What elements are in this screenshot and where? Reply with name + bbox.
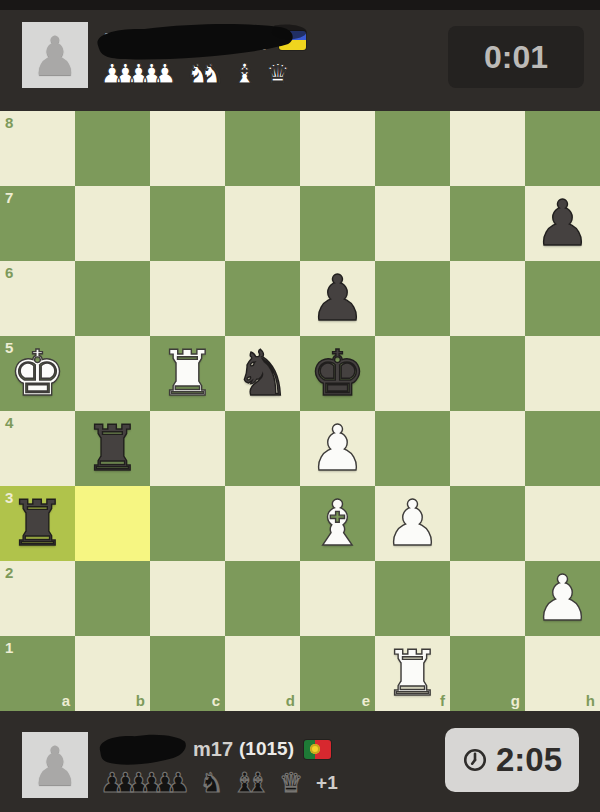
file-label-c: c <box>212 693 220 708</box>
square-f4[interactable] <box>375 411 450 486</box>
square-e7[interactable] <box>300 186 375 261</box>
captured-piece-group: ♛ <box>266 58 290 90</box>
square-a4[interactable]: 4 <box>0 411 75 486</box>
chess-game-screen: ♟ Andriy2498 (1003) ♟♟♟♟♟♞♞♝♛ 0:01 87♟6♟… <box>0 0 600 812</box>
square-h2[interactable]: ♟ <box>525 561 600 636</box>
player-name-row-top: Andriy2498 (1003) <box>100 26 306 54</box>
square-a6[interactable]: 6 <box>0 261 75 336</box>
piece-white-bishop[interactable]: ♝ <box>300 486 375 561</box>
player-name-row-bottom: m17 (1015) <box>95 735 331 763</box>
square-h5[interactable] <box>525 336 600 411</box>
square-d4[interactable] <box>225 411 300 486</box>
rank-label-2: 2 <box>5 565 13 580</box>
clock-bottom-time: 2:05 <box>496 741 562 779</box>
square-b5[interactable] <box>75 336 150 411</box>
square-b7[interactable] <box>75 186 150 261</box>
captured-pieces-bottom: ♟♟♟♟♟♟♞♝♝♛+1 <box>100 767 338 799</box>
square-f7[interactable] <box>375 186 450 261</box>
rank-label-4: 4 <box>5 415 13 430</box>
square-f3[interactable]: ♟ <box>375 486 450 561</box>
avatar-bottom[interactable]: ♟ <box>22 732 88 798</box>
square-c3[interactable] <box>150 486 225 561</box>
captured-piece-group: ♛ <box>279 767 303 799</box>
file-label-b: b <box>136 693 145 708</box>
captured-piece-group: ♝♝ <box>232 767 269 799</box>
square-f8[interactable] <box>375 111 450 186</box>
piece-white-rook[interactable]: ♜ <box>150 336 225 411</box>
ukraine-flag-icon <box>279 31 306 50</box>
file-label-e: e <box>362 693 370 708</box>
player-rating-top: (1003) <box>214 29 269 51</box>
square-c1[interactable]: c <box>150 636 225 711</box>
player-name-bottom: m17 <box>193 738 233 761</box>
square-c2[interactable] <box>150 561 225 636</box>
clock-top: 0:01 <box>448 26 584 88</box>
square-b8[interactable] <box>75 111 150 186</box>
clock-icon <box>462 747 488 773</box>
square-h8[interactable] <box>525 111 600 186</box>
avatar-top[interactable]: ♟ <box>22 22 88 88</box>
square-a3[interactable]: 3♜ <box>0 486 75 561</box>
square-c4[interactable] <box>150 411 225 486</box>
square-e3[interactable]: ♝ <box>300 486 375 561</box>
piece-white-pawn[interactable]: ♟ <box>300 411 375 486</box>
captured-piece-group: ♝ <box>232 58 256 90</box>
square-g5[interactable] <box>450 336 525 411</box>
player-bar-top: ♟ Andriy2498 (1003) ♟♟♟♟♟♞♞♝♛ 0:01 <box>0 10 600 111</box>
square-a2[interactable]: 2 <box>0 561 75 636</box>
file-label-a: a <box>62 693 70 708</box>
square-h1[interactable]: h <box>525 636 600 711</box>
captured-piece-group: ♟♟♟♟♟♟ <box>100 767 190 799</box>
rank-label-6: 6 <box>5 265 13 280</box>
square-a8[interactable]: 8 <box>0 111 75 186</box>
square-c5[interactable]: ♜ <box>150 336 225 411</box>
square-a7[interactable]: 7 <box>0 186 75 261</box>
clock-top-time: 0:01 <box>484 39 548 76</box>
status-bar-strip <box>0 0 600 10</box>
material-advantage: +1 <box>316 767 338 799</box>
player-rating-bottom: (1015) <box>239 738 294 760</box>
captured-piece-group: ♟♟♟♟♟ <box>100 58 177 90</box>
square-b6[interactable] <box>75 261 150 336</box>
square-d5[interactable]: ♞ <box>225 336 300 411</box>
piece-white-rook[interactable]: ♜ <box>375 636 450 711</box>
square-d7[interactable] <box>225 186 300 261</box>
square-e4[interactable]: ♟ <box>300 411 375 486</box>
piece-black-knight[interactable]: ♞ <box>225 336 300 411</box>
rank-label-1: 1 <box>5 640 13 655</box>
square-e2[interactable] <box>300 561 375 636</box>
square-b2[interactable] <box>75 561 150 636</box>
rank-label-8: 8 <box>5 115 13 130</box>
square-f5[interactable] <box>375 336 450 411</box>
square-e1[interactable]: e <box>300 636 375 711</box>
square-b4[interactable]: ♜ <box>75 411 150 486</box>
piece-white-pawn[interactable]: ♟ <box>525 561 600 636</box>
square-g2[interactable] <box>450 561 525 636</box>
square-d2[interactable] <box>225 561 300 636</box>
square-g7[interactable] <box>450 186 525 261</box>
piece-black-pawn[interactable]: ♟ <box>300 261 375 336</box>
piece-white-king[interactable]: ♚ <box>0 336 75 411</box>
square-g8[interactable] <box>450 111 525 186</box>
captured-piece-group: ♞ <box>199 767 223 799</box>
portugal-flag-icon <box>304 740 331 759</box>
square-g4[interactable] <box>450 411 525 486</box>
rank-label-7: 7 <box>5 190 13 205</box>
square-f2[interactable] <box>375 561 450 636</box>
square-f1[interactable]: f♜ <box>375 636 450 711</box>
piece-black-king[interactable]: ♚ <box>300 336 375 411</box>
square-e5[interactable]: ♚ <box>300 336 375 411</box>
square-h3[interactable] <box>525 486 600 561</box>
square-d1[interactable]: d <box>225 636 300 711</box>
square-g6[interactable] <box>450 261 525 336</box>
square-b1[interactable]: b <box>75 636 150 711</box>
piece-black-pawn[interactable]: ♟ <box>525 186 600 261</box>
square-d3[interactable] <box>225 486 300 561</box>
square-c8[interactable] <box>150 111 225 186</box>
square-a1[interactable]: 1a <box>0 636 75 711</box>
square-h7[interactable]: ♟ <box>525 186 600 261</box>
square-g1[interactable]: g <box>450 636 525 711</box>
player-name-top: Andriy2498 <box>100 29 208 52</box>
square-c7[interactable] <box>150 186 225 261</box>
square-e8[interactable] <box>300 111 375 186</box>
piece-white-pawn[interactable]: ♟ <box>375 486 450 561</box>
square-f6[interactable] <box>375 261 450 336</box>
file-label-d: d <box>286 693 295 708</box>
captured-piece-group: ♞♞ <box>186 58 223 90</box>
pawn-avatar-icon: ♟ <box>31 736 79 798</box>
square-b3[interactable] <box>75 486 150 561</box>
clock-bottom: 2:05 <box>445 728 579 792</box>
square-a5[interactable]: 5♚ <box>0 336 75 411</box>
player-bar-bottom: ♟ m17 (1015) ♟♟♟♟♟♟♞♝♝♛+1 2:05 <box>0 711 600 812</box>
chess-board: 87♟6♟5♚♜♞♚4♜♟3♜♝♟2♟1abcdef♜gh <box>0 111 600 711</box>
square-h4[interactable] <box>525 411 600 486</box>
piece-black-rook[interactable]: ♜ <box>75 411 150 486</box>
file-label-h: h <box>586 693 595 708</box>
piece-black-rook[interactable]: ♜ <box>0 486 75 561</box>
square-d8[interactable] <box>225 111 300 186</box>
square-h6[interactable] <box>525 261 600 336</box>
square-g3[interactable] <box>450 486 525 561</box>
file-label-g: g <box>511 693 520 708</box>
pawn-avatar-icon: ♟ <box>31 26 79 88</box>
square-d6[interactable] <box>225 261 300 336</box>
marker-scribble-icon <box>95 731 189 767</box>
square-c6[interactable] <box>150 261 225 336</box>
square-e6[interactable]: ♟ <box>300 261 375 336</box>
captured-pieces-top: ♟♟♟♟♟♞♞♝♛ <box>100 58 299 90</box>
